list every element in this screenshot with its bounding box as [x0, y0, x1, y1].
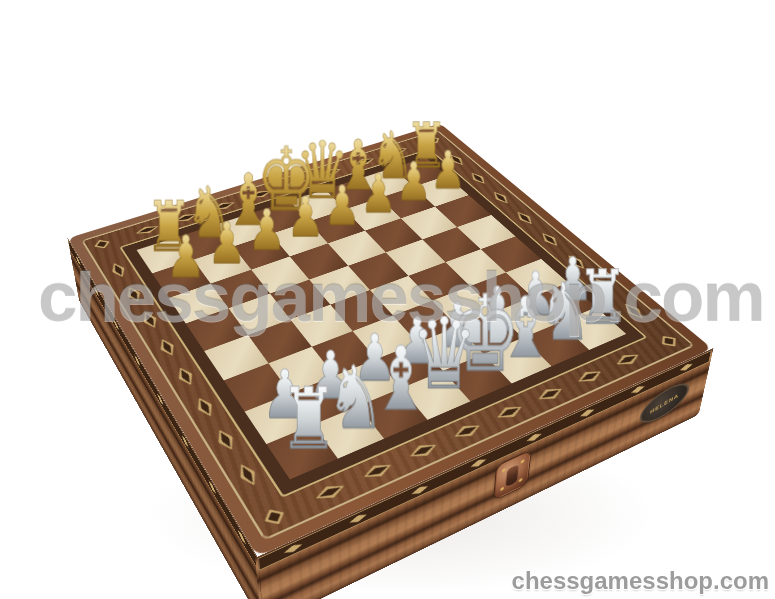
pieces-layer: ♜♞♝♚♛♝♞♜♟♟♟♟♟♟♟♟♟♟♟♟♟♟♟♟♜♞♝♛♚♝♞♜ [68, 123, 712, 556]
gold-pawn-piece: ♟ [396, 155, 432, 208]
clasp-screws [502, 468, 506, 473]
gold-pawn-piece: ♟ [248, 202, 286, 258]
clasp-hook [506, 463, 520, 487]
panel-inlay-diamond [411, 483, 428, 497]
brand-badge-text: HELENA [650, 392, 679, 414]
panel-inlay-diamond [526, 431, 542, 444]
panel-inlay-diamond [470, 456, 486, 470]
watermark-text: chessgamesshop.com [38, 256, 764, 337]
panel-inlay-diamond [580, 406, 595, 419]
panel-inlay-diamond [631, 383, 646, 396]
panel-inlay-diamond [679, 361, 693, 373]
silver-rook-piece: ♜ [280, 377, 338, 462]
gold-pawn-piece: ♟ [430, 145, 465, 197]
site-label: chessgamesshop.com [512, 567, 769, 595]
gold-pawn-piece: ♟ [360, 167, 396, 220]
gold-pawn-piece: ♟ [324, 178, 361, 232]
chess-box-top: ♜♞♝♚♛♝♞♜♟♟♟♟♟♟♟♟♟♟♟♟♟♟♟♟♜♞♝♛♚♝♞♜ HELENA [68, 123, 712, 556]
gold-pawn-piece: ♟ [286, 190, 323, 245]
panel-inlay-diamond [284, 541, 303, 556]
